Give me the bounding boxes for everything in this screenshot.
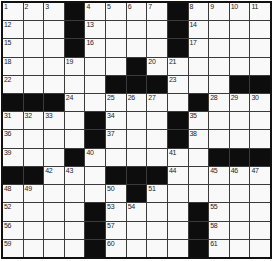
clue-number: 20 — [148, 58, 155, 66]
clue-number: 16 — [86, 39, 93, 47]
clue-number: 15 — [4, 39, 11, 47]
cell-r10c5[interactable] — [85, 167, 105, 184]
cell-r3c5[interactable]: 16 — [85, 39, 105, 56]
cell-r4c2[interactable] — [24, 58, 44, 75]
cell-r2c3[interactable] — [44, 21, 64, 38]
cell-r7c8[interactable] — [147, 112, 167, 129]
clue-number: 54 — [128, 203, 135, 211]
cell-r10c3[interactable]: 42 — [44, 167, 64, 184]
blocked-cell-r6c3 — [44, 94, 64, 111]
cell-r8c1[interactable]: 36 — [3, 130, 23, 147]
clue-number: 19 — [66, 58, 73, 66]
clue-number: 24 — [66, 94, 73, 102]
cell-r2c13[interactable] — [250, 21, 270, 38]
clue-number: 59 — [4, 240, 11, 248]
cell-r8c7[interactable] — [127, 130, 147, 147]
clue-number: 37 — [107, 130, 114, 138]
cell-r11c13[interactable] — [250, 185, 270, 202]
cell-r8c4[interactable] — [65, 130, 85, 147]
blocked-cell-r1c9 — [168, 3, 188, 20]
cell-r13c9[interactable] — [168, 222, 188, 239]
cell-r2c1[interactable]: 12 — [3, 21, 23, 38]
cell-r7c7[interactable] — [127, 112, 147, 129]
cell-r6c4[interactable]: 24 — [65, 94, 85, 111]
cell-r7c12[interactable] — [230, 112, 250, 129]
cell-r7c11[interactable] — [209, 112, 229, 129]
clue-number: 50 — [107, 185, 114, 193]
cell-r2c7[interactable] — [127, 21, 147, 38]
cell-r14c7[interactable] — [127, 240, 147, 257]
cell-r3c2[interactable] — [24, 39, 44, 56]
cell-r7c6[interactable]: 34 — [106, 112, 126, 129]
cell-r5c5[interactable] — [85, 76, 105, 93]
clue-number: 31 — [4, 112, 11, 120]
cell-r12c13[interactable] — [250, 203, 270, 220]
cell-r9c5[interactable]: 40 — [85, 149, 105, 166]
cell-r12c1[interactable]: 52 — [3, 203, 23, 220]
cell-r10c11[interactable]: 45 — [209, 167, 229, 184]
cell-r11c4[interactable] — [65, 185, 85, 202]
cell-r11c1[interactable]: 48 — [3, 185, 23, 202]
cell-r6c13[interactable]: 30 — [250, 94, 270, 111]
cell-r14c2[interactable] — [24, 240, 44, 257]
blocked-cell-r12c5 — [85, 203, 105, 220]
cell-r8c11[interactable] — [209, 130, 229, 147]
cell-r7c4[interactable] — [65, 112, 85, 129]
clue-number: 27 — [148, 94, 155, 102]
cell-r5c1[interactable]: 22 — [3, 76, 23, 93]
clue-number: 53 — [107, 203, 114, 211]
blocked-cell-r9c12 — [230, 149, 250, 166]
cell-r1c7[interactable]: 6 — [127, 3, 147, 20]
cell-r7c3[interactable]: 33 — [44, 112, 64, 129]
cell-r7c2[interactable]: 32 — [24, 112, 44, 129]
cell-r2c6[interactable] — [106, 21, 126, 38]
clue-number: 56 — [4, 222, 11, 230]
cell-r1c11[interactable]: 9 — [209, 3, 229, 20]
cell-r11c11[interactable] — [209, 185, 229, 202]
cell-r8c12[interactable] — [230, 130, 250, 147]
clue-number: 43 — [66, 167, 73, 175]
cell-r1c8[interactable]: 7 — [147, 3, 167, 20]
cell-r1c5[interactable]: 4 — [85, 3, 105, 20]
clue-number: 1 — [4, 3, 8, 11]
cell-r9c1[interactable]: 39 — [3, 149, 23, 166]
cell-r5c2[interactable] — [24, 76, 44, 93]
clue-number: 32 — [25, 112, 32, 120]
cell-r10c12[interactable]: 46 — [230, 167, 250, 184]
clue-number: 11 — [251, 3, 258, 11]
blocked-cell-r10c2 — [24, 167, 44, 184]
cell-r11c3[interactable] — [44, 185, 64, 202]
cell-r12c12[interactable] — [230, 203, 250, 220]
cell-r7c13[interactable] — [250, 112, 270, 129]
clue-number: 46 — [231, 167, 238, 175]
cell-r1c2[interactable]: 2 — [24, 3, 44, 20]
cell-r2c12[interactable] — [230, 21, 250, 38]
cell-r13c4[interactable] — [65, 222, 85, 239]
cell-r12c8[interactable] — [147, 203, 167, 220]
cell-r13c12[interactable] — [230, 222, 250, 239]
cell-r8c8[interactable] — [147, 130, 167, 147]
cell-r10c13[interactable]: 47 — [250, 167, 270, 184]
clue-number: 30 — [251, 94, 258, 102]
blocked-cell-r12c10 — [189, 203, 209, 220]
clue-number: 45 — [210, 167, 217, 175]
clue-number: 10 — [231, 3, 238, 11]
cell-r6c11[interactable]: 28 — [209, 94, 229, 111]
cell-r1c1[interactable]: 1 — [3, 3, 23, 20]
cell-r13c3[interactable] — [44, 222, 64, 239]
blocked-cell-r14c5 — [85, 240, 105, 257]
clue-number: 33 — [45, 112, 52, 120]
cell-r2c5[interactable]: 13 — [85, 21, 105, 38]
blocked-cell-r8c5 — [85, 130, 105, 147]
clue-number: 58 — [210, 222, 217, 230]
cell-r10c10[interactable] — [189, 167, 209, 184]
blocked-cell-r9c11 — [209, 149, 229, 166]
cell-r6c8[interactable]: 27 — [147, 94, 167, 111]
cell-r9c3[interactable] — [44, 149, 64, 166]
cell-r14c13[interactable] — [250, 240, 270, 257]
cell-r11c8[interactable]: 51 — [147, 185, 167, 202]
cell-r1c6[interactable]: 5 — [106, 3, 126, 20]
clue-number: 12 — [4, 21, 11, 29]
clue-number: 57 — [107, 222, 114, 230]
clue-number: 8 — [190, 3, 194, 11]
cell-r13c7[interactable] — [127, 222, 147, 239]
page: 1234567891011121314151617181920212223242… — [0, 0, 274, 261]
blocked-cell-r4c7 — [127, 58, 147, 75]
cell-r9c6[interactable] — [106, 149, 126, 166]
cell-r13c1[interactable]: 56 — [3, 222, 23, 239]
clue-number: 18 — [4, 58, 11, 66]
clue-number: 23 — [169, 76, 176, 84]
cell-r10c9[interactable]: 44 — [168, 167, 188, 184]
blocked-cell-r11c7 — [127, 185, 147, 202]
cell-r3c11[interactable] — [209, 39, 229, 56]
clue-number: 35 — [190, 112, 197, 120]
clue-number: 6 — [128, 3, 132, 11]
cell-r8c3[interactable] — [44, 130, 64, 147]
cell-r2c11[interactable] — [209, 21, 229, 38]
blocked-cell-r5c8 — [147, 76, 167, 93]
clue-number: 34 — [107, 112, 114, 120]
clue-number: 7 — [148, 3, 152, 11]
blocked-cell-r6c1 — [3, 94, 23, 111]
clue-number: 5 — [107, 3, 111, 11]
cell-r12c6[interactable]: 53 — [106, 203, 126, 220]
blocked-cell-r10c8 — [147, 167, 167, 184]
cell-r10c4[interactable]: 43 — [65, 167, 85, 184]
cell-r5c9[interactable]: 23 — [168, 76, 188, 93]
blocked-cell-r10c7 — [127, 167, 147, 184]
clue-number: 26 — [128, 94, 135, 102]
cell-r4c11[interactable] — [209, 58, 229, 75]
cell-r4c13[interactable] — [250, 58, 270, 75]
cell-r8c10[interactable]: 38 — [189, 130, 209, 147]
cell-r3c6[interactable] — [106, 39, 126, 56]
cell-r6c9[interactable] — [168, 94, 188, 111]
blocked-cell-r1c4 — [65, 3, 85, 20]
blocked-cell-r5c12 — [230, 76, 250, 93]
cell-r11c10[interactable] — [189, 185, 209, 202]
clue-number: 38 — [190, 130, 197, 138]
clue-number: 47 — [251, 167, 258, 175]
cell-r14c4[interactable] — [65, 240, 85, 257]
blocked-cell-r10c6 — [106, 167, 126, 184]
cell-r11c6[interactable]: 50 — [106, 185, 126, 202]
cell-r12c11[interactable]: 55 — [209, 203, 229, 220]
crossword-board: 1234567891011121314151617181920212223242… — [1, 1, 272, 259]
cell-r14c1[interactable]: 59 — [3, 240, 23, 257]
cell-r14c3[interactable] — [44, 240, 64, 257]
cell-r14c11[interactable]: 61 — [209, 240, 229, 257]
clue-number: 25 — [107, 94, 114, 102]
blocked-cell-r13c5 — [85, 222, 105, 239]
blocked-cell-r9c4 — [65, 149, 85, 166]
cell-r11c9[interactable] — [168, 185, 188, 202]
cell-r9c10[interactable] — [189, 149, 209, 166]
cell-r3c8[interactable] — [147, 39, 167, 56]
blocked-cell-r13c10 — [189, 222, 209, 239]
cell-r4c8[interactable]: 20 — [147, 58, 167, 75]
cell-r6c6[interactable]: 25 — [106, 94, 126, 111]
blocked-cell-r5c13 — [250, 76, 270, 93]
clue-number: 28 — [210, 94, 217, 102]
blocked-cell-r8c9 — [168, 130, 188, 147]
cell-r12c7[interactable]: 54 — [127, 203, 147, 220]
cell-r1c13[interactable]: 11 — [250, 3, 270, 20]
cell-r4c5[interactable] — [85, 58, 105, 75]
clue-number: 41 — [169, 149, 176, 157]
cell-r4c12[interactable] — [230, 58, 250, 75]
cell-r14c6[interactable]: 60 — [106, 240, 126, 257]
cell-r8c6[interactable]: 37 — [106, 130, 126, 147]
blocked-cell-r9c13 — [250, 149, 270, 166]
cell-r1c3[interactable]: 3 — [44, 3, 64, 20]
cell-r5c10[interactable] — [189, 76, 209, 93]
clue-number: 4 — [86, 3, 90, 11]
cell-r1c10[interactable]: 8 — [189, 3, 209, 20]
blocked-cell-r2c9 — [168, 21, 188, 38]
cell-r12c9[interactable] — [168, 203, 188, 220]
clue-number: 60 — [107, 240, 114, 248]
cell-r4c6[interactable] — [106, 58, 126, 75]
blocked-cell-r5c6 — [106, 76, 126, 93]
cell-r9c2[interactable] — [24, 149, 44, 166]
cell-r6c5[interactable] — [85, 94, 105, 111]
cell-r3c12[interactable] — [230, 39, 250, 56]
cell-r6c12[interactable]: 29 — [230, 94, 250, 111]
blocked-cell-r7c9 — [168, 112, 188, 129]
cell-r12c2[interactable] — [24, 203, 44, 220]
blocked-cell-r10c1 — [3, 167, 23, 184]
clue-number: 22 — [4, 76, 11, 84]
clue-number: 51 — [148, 185, 155, 193]
cell-r4c10[interactable] — [189, 58, 209, 75]
cell-r11c12[interactable] — [230, 185, 250, 202]
clue-number: 14 — [190, 21, 197, 29]
cell-r9c8[interactable] — [147, 149, 167, 166]
clue-number: 48 — [4, 185, 11, 193]
clue-number: 49 — [25, 185, 32, 193]
cell-r9c9[interactable]: 41 — [168, 149, 188, 166]
cell-r3c3[interactable] — [44, 39, 64, 56]
clue-number: 2 — [25, 3, 29, 11]
cell-r11c5[interactable] — [85, 185, 105, 202]
clue-number: 9 — [210, 3, 214, 11]
cell-r7c1[interactable]: 31 — [3, 112, 23, 129]
clue-number: 61 — [210, 240, 217, 248]
cell-r13c6[interactable]: 57 — [106, 222, 126, 239]
cell-r7c10[interactable]: 35 — [189, 112, 209, 129]
blocked-cell-r2c4 — [65, 21, 85, 38]
clue-number: 3 — [45, 3, 49, 11]
cell-r2c10[interactable]: 14 — [189, 21, 209, 38]
cell-r1c12[interactable]: 10 — [230, 3, 250, 20]
cell-r4c4[interactable]: 19 — [65, 58, 85, 75]
cell-r3c10[interactable]: 17 — [189, 39, 209, 56]
blocked-cell-r7c5 — [85, 112, 105, 129]
clue-number: 17 — [190, 39, 197, 47]
cell-r3c7[interactable] — [127, 39, 147, 56]
clue-number: 39 — [4, 149, 11, 157]
cell-r8c2[interactable] — [24, 130, 44, 147]
clue-number: 52 — [4, 203, 11, 211]
cell-r8c13[interactable] — [250, 130, 270, 147]
cell-r5c4[interactable] — [65, 76, 85, 93]
clue-number: 13 — [86, 21, 93, 29]
clue-number: 42 — [45, 167, 52, 175]
clue-number: 55 — [210, 203, 217, 211]
cell-r6c7[interactable]: 26 — [127, 94, 147, 111]
cell-r4c3[interactable] — [44, 58, 64, 75]
cell-r3c1[interactable]: 15 — [3, 39, 23, 56]
cell-r13c13[interactable] — [250, 222, 270, 239]
cell-r2c8[interactable] — [147, 21, 167, 38]
blocked-cell-r5c7 — [127, 76, 147, 93]
clue-number: 36 — [4, 130, 11, 138]
cell-r5c11[interactable] — [209, 76, 229, 93]
clue-number: 44 — [169, 167, 176, 175]
blocked-cell-r3c4 — [65, 39, 85, 56]
cell-r9c7[interactable] — [127, 149, 147, 166]
cell-r3c13[interactable] — [250, 39, 270, 56]
cell-r5c3[interactable] — [44, 76, 64, 93]
cell-r2c2[interactable] — [24, 21, 44, 38]
cell-r4c1[interactable]: 18 — [3, 58, 23, 75]
clue-number: 21 — [169, 58, 176, 66]
cell-r11c2[interactable]: 49 — [24, 185, 44, 202]
blocked-cell-r6c2 — [24, 94, 44, 111]
cell-r14c9[interactable] — [168, 240, 188, 257]
cell-r14c8[interactable] — [147, 240, 167, 257]
cell-r13c2[interactable] — [24, 222, 44, 239]
cell-r13c11[interactable]: 58 — [209, 222, 229, 239]
clue-number: 29 — [231, 94, 238, 102]
clue-number: 40 — [86, 149, 93, 157]
cell-r12c4[interactable] — [65, 203, 85, 220]
blocked-cell-r6c10 — [189, 94, 209, 111]
cell-r12c3[interactable] — [44, 203, 64, 220]
cell-r4c9[interactable]: 21 — [168, 58, 188, 75]
blocked-cell-r3c9 — [168, 39, 188, 56]
cell-r14c12[interactable] — [230, 240, 250, 257]
cell-r13c8[interactable] — [147, 222, 167, 239]
blocked-cell-r14c10 — [189, 240, 209, 257]
